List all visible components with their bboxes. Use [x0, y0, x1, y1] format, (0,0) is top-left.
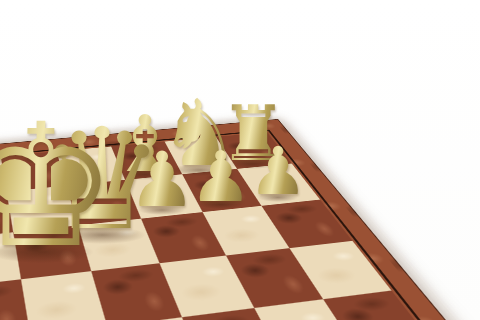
chess-board	[0, 119, 480, 320]
square-e2	[7, 185, 78, 231]
board-scene	[0, 0, 480, 320]
